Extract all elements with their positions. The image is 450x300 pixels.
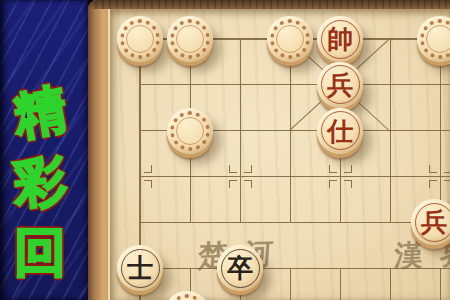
grid-line xyxy=(440,268,441,300)
piece-hidden-piece[interactable] xyxy=(117,16,163,62)
board-frame-left xyxy=(88,0,110,300)
grid-line xyxy=(440,39,441,223)
piece-glyph: 兵 xyxy=(317,62,363,108)
piece-hidden-piece[interactable] xyxy=(417,16,450,62)
grid-line xyxy=(139,268,450,269)
piece-black-soldier[interactable]: 卒 xyxy=(217,245,263,291)
piece-back-ring xyxy=(426,25,450,53)
piece-back-ring xyxy=(176,117,204,145)
piece-glyph: 帥 xyxy=(317,16,363,62)
position-mark xyxy=(344,180,352,188)
sidebar-title-char: 精 xyxy=(9,78,71,146)
position-mark xyxy=(444,165,450,173)
sidebar-title-char: 彩 xyxy=(11,149,69,214)
position-mark xyxy=(244,165,252,173)
xiangqi-board: 楚河 漢界 帥兵仕兵士卒 xyxy=(88,0,450,300)
position-mark xyxy=(329,180,337,188)
position-mark xyxy=(144,180,152,188)
piece-hidden-piece[interactable] xyxy=(267,16,313,62)
piece-hidden-piece[interactable] xyxy=(167,16,213,62)
grid-line xyxy=(290,268,291,300)
piece-hidden-piece[interactable] xyxy=(167,108,213,154)
piece-back-ring xyxy=(276,25,304,53)
position-mark xyxy=(329,165,337,173)
grid-line xyxy=(240,39,241,223)
position-mark xyxy=(429,165,437,173)
position-mark xyxy=(444,180,450,188)
grid-line xyxy=(390,39,391,223)
board-surface[interactable]: 楚河 漢界 帥兵仕兵士卒 xyxy=(110,9,450,300)
screenshot-root: 精 彩 回 楚河 漢界 帥兵仕兵士卒 xyxy=(0,0,450,300)
board-frame-top xyxy=(88,0,450,9)
grid-line xyxy=(139,176,450,177)
piece-red-soldier[interactable]: 兵 xyxy=(411,199,450,245)
piece-red-soldier[interactable]: 兵 xyxy=(317,62,363,108)
position-mark xyxy=(229,165,237,173)
position-mark xyxy=(429,180,437,188)
grid-line xyxy=(139,222,450,223)
sidebar: 精 彩 回 xyxy=(0,0,88,300)
position-mark xyxy=(244,180,252,188)
sidebar-vertical-title: 精 彩 回 xyxy=(0,82,80,282)
piece-glyph: 仕 xyxy=(317,108,363,154)
position-mark xyxy=(144,165,152,173)
piece-glyph: 卒 xyxy=(217,245,263,291)
position-mark xyxy=(344,165,352,173)
piece-glyph: 士 xyxy=(117,245,163,291)
piece-back-ring xyxy=(176,25,204,53)
piece-glyph: 兵 xyxy=(411,199,450,245)
piece-unknown-piece-partially-visible[interactable] xyxy=(164,291,210,300)
piece-red-general[interactable]: 帥 xyxy=(317,16,363,62)
position-mark xyxy=(229,180,237,188)
piece-back-ring xyxy=(126,25,154,53)
piece-black-advisor[interactable]: 士 xyxy=(117,245,163,291)
grid-line xyxy=(290,39,291,223)
sidebar-title-char: 回 xyxy=(14,222,66,282)
grid-line xyxy=(340,268,341,300)
grid-line xyxy=(390,268,391,300)
grid-line xyxy=(139,84,450,85)
piece-red-advisor[interactable]: 仕 xyxy=(317,108,363,154)
